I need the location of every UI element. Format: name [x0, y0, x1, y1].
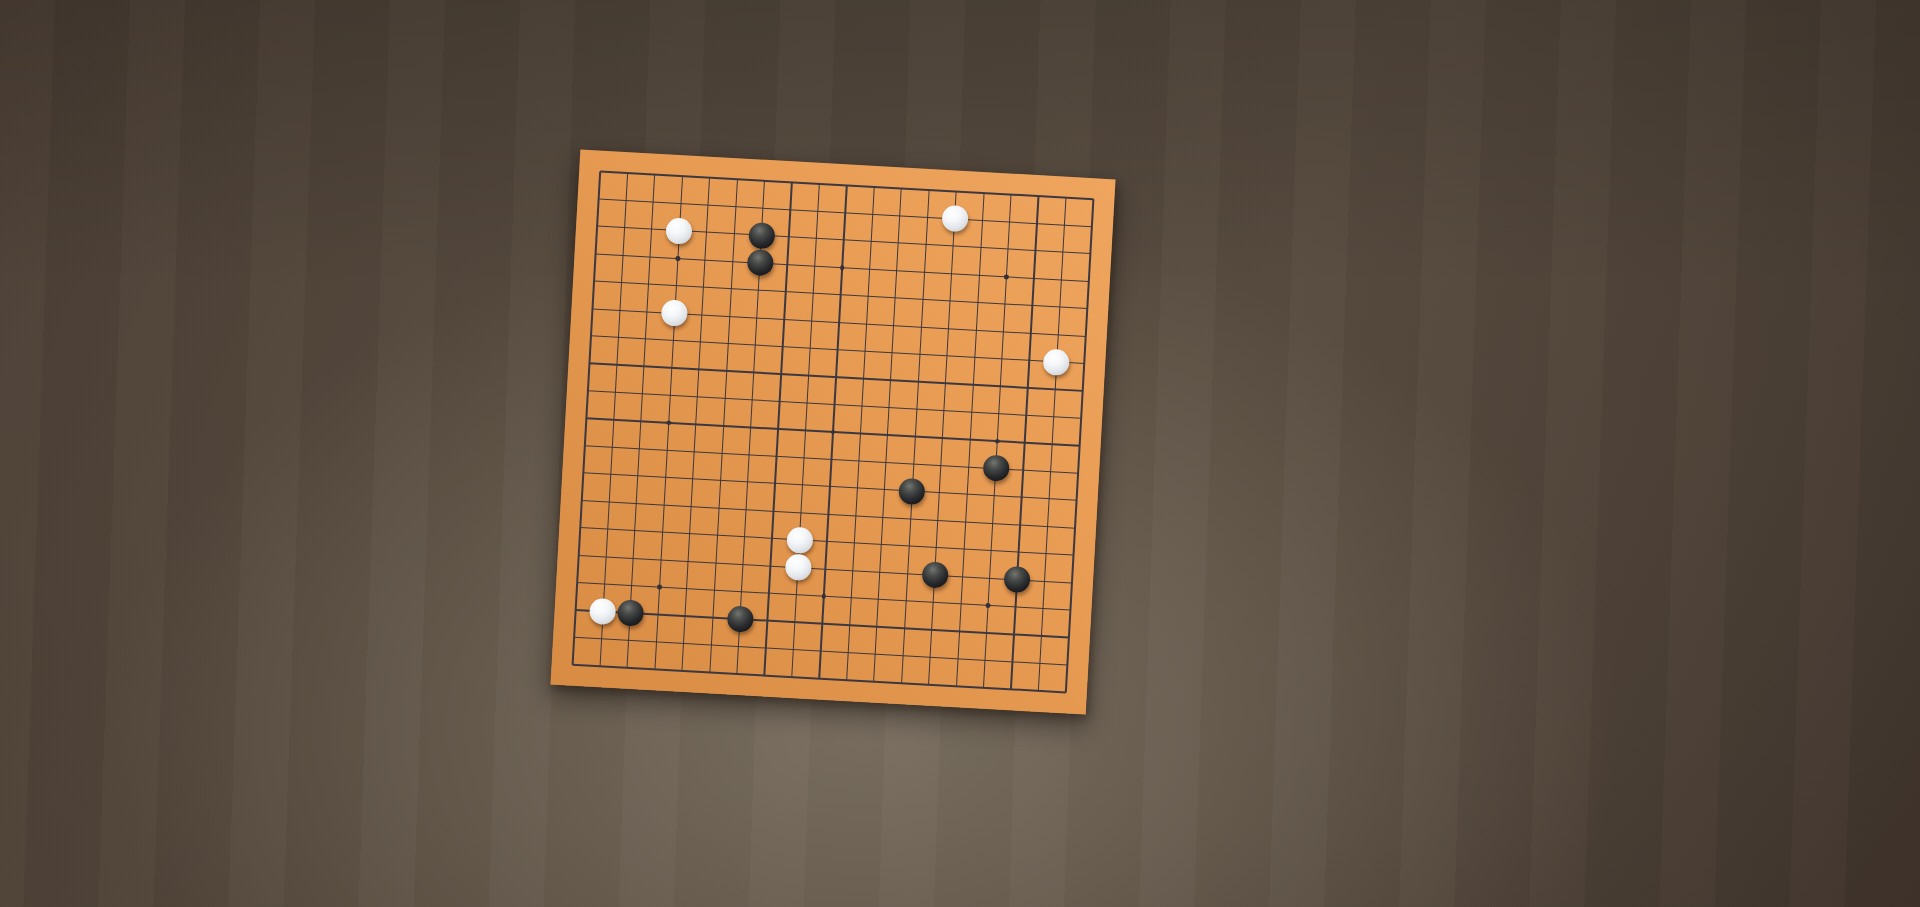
stone-white: [661, 299, 688, 326]
grid-line-vertical: [819, 185, 848, 678]
grid-line-horizontal: [582, 500, 1075, 529]
hoshi-point: [1004, 274, 1009, 279]
grid-line-vertical: [901, 190, 930, 683]
grid-line-horizontal: [589, 363, 1082, 392]
grid-line-horizontal: [577, 582, 1070, 611]
stone-black: [746, 249, 773, 276]
grid-line-vertical: [791, 184, 820, 677]
stone-black: [982, 455, 1009, 482]
grid-line-vertical: [956, 193, 985, 686]
grid-line-vertical: [846, 187, 875, 680]
hoshi-point: [821, 594, 826, 599]
hoshi-point: [986, 603, 991, 608]
grid-line-vertical: [1010, 196, 1039, 689]
hoshi-point: [666, 420, 671, 425]
hoshi-point: [675, 256, 680, 261]
stone-white: [786, 526, 813, 553]
grid-line-vertical: [627, 175, 656, 668]
grid-line-vertical: [873, 188, 902, 681]
stone-white: [941, 205, 968, 232]
hoshi-point: [840, 265, 845, 270]
grid-line-horizontal: [576, 609, 1069, 638]
stone-black: [1003, 566, 1030, 593]
hoshi-point: [831, 430, 836, 435]
stone-black: [726, 605, 753, 632]
stone-white: [1043, 348, 1070, 375]
grid-line-horizontal: [588, 390, 1081, 419]
grid-line-vertical: [654, 176, 683, 669]
grid-line-horizontal: [580, 527, 1073, 556]
hoshi-point: [657, 585, 662, 590]
table-background: [0, 0, 1920, 907]
grid-line-horizontal: [586, 418, 1079, 447]
grid-line-horizontal: [591, 335, 1084, 364]
stone-white: [784, 554, 811, 581]
grid-line-horizontal: [574, 637, 1067, 666]
grid-line-vertical: [682, 178, 711, 671]
grid-line-vertical: [928, 191, 957, 684]
stone-black: [921, 561, 948, 588]
grid-line-vertical: [572, 172, 601, 665]
stone-white: [589, 598, 616, 625]
board-grid: [573, 172, 1094, 693]
grid-line-vertical: [709, 179, 738, 672]
grid-line-vertical: [599, 173, 628, 666]
stone-white: [666, 217, 693, 244]
stone-black: [898, 478, 925, 505]
grid-line-horizontal: [579, 555, 1072, 584]
go-board[interactable]: [550, 149, 1115, 714]
grid-line-vertical: [983, 195, 1012, 688]
grid-line-vertical: [1065, 199, 1094, 692]
grid-line-vertical: [1038, 198, 1067, 691]
grid-line-horizontal: [596, 253, 1089, 282]
hoshi-point: [995, 439, 1000, 444]
grid-line-horizontal: [573, 664, 1066, 693]
grid-line-horizontal: [600, 171, 1093, 200]
stone-black: [617, 599, 644, 626]
stone-black: [748, 222, 775, 249]
